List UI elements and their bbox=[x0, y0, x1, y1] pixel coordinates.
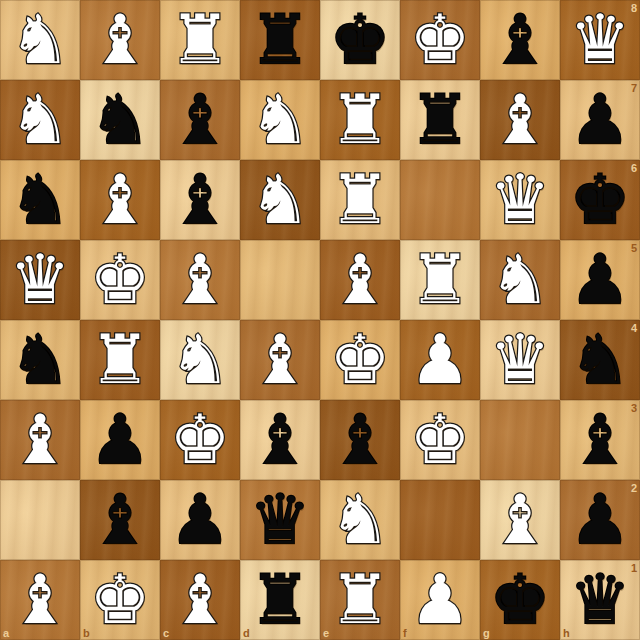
piece-black-rook: ♜ bbox=[240, 0, 320, 80]
square-a6[interactable]: ♞ bbox=[0, 160, 80, 240]
piece-white-rook: ♜ bbox=[160, 0, 240, 80]
piece-white-rook: ♜ bbox=[400, 240, 480, 320]
square-c2[interactable]: ♟ bbox=[160, 480, 240, 560]
square-c3[interactable]: ♚ bbox=[160, 400, 240, 480]
square-c1[interactable]: ♝c bbox=[160, 560, 240, 640]
piece-white-bishop: ♝ bbox=[240, 320, 320, 400]
piece-white-rook: ♜ bbox=[320, 560, 400, 640]
piece-black-knight: ♞ bbox=[0, 160, 80, 240]
piece-white-king: ♚ bbox=[80, 240, 160, 320]
piece-white-bishop: ♝ bbox=[160, 240, 240, 320]
square-d4[interactable]: ♝ bbox=[240, 320, 320, 400]
piece-white-queen: ♛ bbox=[560, 0, 640, 80]
square-e5[interactable]: ♝ bbox=[320, 240, 400, 320]
chess-board: ♞♝♜♜♚♚♝♛8♞♞♝♞♜♜♝♟7♞♝♝♞♜♛♚6♛♚♝♝♜♞♟5♞♜♞♝♚♟… bbox=[0, 0, 640, 640]
piece-white-knight: ♞ bbox=[240, 80, 320, 160]
piece-white-rook: ♜ bbox=[80, 320, 160, 400]
piece-white-knight: ♞ bbox=[480, 240, 560, 320]
square-e8[interactable]: ♚ bbox=[320, 0, 400, 80]
piece-black-bishop: ♝ bbox=[80, 480, 160, 560]
piece-white-rook: ♜ bbox=[320, 160, 400, 240]
square-d5[interactable] bbox=[240, 240, 320, 320]
piece-white-king: ♚ bbox=[160, 400, 240, 480]
piece-black-rook: ♜ bbox=[240, 560, 320, 640]
square-b7[interactable]: ♞ bbox=[80, 80, 160, 160]
square-g4[interactable]: ♛ bbox=[480, 320, 560, 400]
piece-white-bishop: ♝ bbox=[80, 160, 160, 240]
piece-black-pawn: ♟ bbox=[560, 480, 640, 560]
square-b2[interactable]: ♝ bbox=[80, 480, 160, 560]
piece-white-bishop: ♝ bbox=[0, 400, 80, 480]
piece-white-bishop: ♝ bbox=[80, 0, 160, 80]
square-a4[interactable]: ♞ bbox=[0, 320, 80, 400]
piece-black-king: ♚ bbox=[480, 560, 560, 640]
piece-white-queen: ♛ bbox=[480, 160, 560, 240]
piece-white-rook: ♜ bbox=[320, 80, 400, 160]
piece-white-knight: ♞ bbox=[0, 0, 80, 80]
square-f3[interactable]: ♚ bbox=[400, 400, 480, 480]
piece-white-knight: ♞ bbox=[320, 480, 400, 560]
piece-white-king: ♚ bbox=[400, 400, 480, 480]
square-b1[interactable]: ♚b bbox=[80, 560, 160, 640]
piece-white-king: ♚ bbox=[320, 320, 400, 400]
square-g3[interactable] bbox=[480, 400, 560, 480]
piece-black-pawn: ♟ bbox=[560, 80, 640, 160]
piece-white-pawn: ♟ bbox=[400, 560, 480, 640]
square-c4[interactable]: ♞ bbox=[160, 320, 240, 400]
piece-black-knight: ♞ bbox=[0, 320, 80, 400]
square-f5[interactable]: ♜ bbox=[400, 240, 480, 320]
square-a2[interactable] bbox=[0, 480, 80, 560]
square-g6[interactable]: ♛ bbox=[480, 160, 560, 240]
square-h3[interactable]: ♝3 bbox=[560, 400, 640, 480]
square-h5[interactable]: ♟5 bbox=[560, 240, 640, 320]
square-c7[interactable]: ♝ bbox=[160, 80, 240, 160]
piece-white-queen: ♛ bbox=[0, 240, 80, 320]
square-a1[interactable]: ♝a bbox=[0, 560, 80, 640]
piece-black-bishop: ♝ bbox=[160, 160, 240, 240]
square-h7[interactable]: ♟7 bbox=[560, 80, 640, 160]
square-c6[interactable]: ♝ bbox=[160, 160, 240, 240]
square-h2[interactable]: ♟2 bbox=[560, 480, 640, 560]
piece-black-knight: ♞ bbox=[560, 320, 640, 400]
square-b3[interactable]: ♟ bbox=[80, 400, 160, 480]
square-g8[interactable]: ♝ bbox=[480, 0, 560, 80]
square-h8[interactable]: ♛8 bbox=[560, 0, 640, 80]
piece-black-pawn: ♟ bbox=[560, 240, 640, 320]
square-d7[interactable]: ♞ bbox=[240, 80, 320, 160]
piece-white-knight: ♞ bbox=[0, 80, 80, 160]
square-d6[interactable]: ♞ bbox=[240, 160, 320, 240]
square-g5[interactable]: ♞ bbox=[480, 240, 560, 320]
square-e3[interactable]: ♝ bbox=[320, 400, 400, 480]
square-a3[interactable]: ♝ bbox=[0, 400, 80, 480]
piece-black-pawn: ♟ bbox=[80, 400, 160, 480]
square-h4[interactable]: ♞4 bbox=[560, 320, 640, 400]
square-d3[interactable]: ♝ bbox=[240, 400, 320, 480]
square-c8[interactable]: ♜ bbox=[160, 0, 240, 80]
piece-black-queen: ♛ bbox=[240, 480, 320, 560]
square-g2[interactable]: ♝ bbox=[480, 480, 560, 560]
square-g1[interactable]: ♚g bbox=[480, 560, 560, 640]
piece-white-king: ♚ bbox=[400, 0, 480, 80]
square-h1[interactable]: ♛1h bbox=[560, 560, 640, 640]
square-e7[interactable]: ♜ bbox=[320, 80, 400, 160]
piece-black-bishop: ♝ bbox=[320, 400, 400, 480]
piece-white-knight: ♞ bbox=[240, 160, 320, 240]
square-f7[interactable]: ♜ bbox=[400, 80, 480, 160]
square-a8[interactable]: ♞ bbox=[0, 0, 80, 80]
piece-black-king: ♚ bbox=[320, 0, 400, 80]
square-a7[interactable]: ♞ bbox=[0, 80, 80, 160]
piece-white-queen: ♛ bbox=[480, 320, 560, 400]
square-b8[interactable]: ♝ bbox=[80, 0, 160, 80]
square-e1[interactable]: ♜e bbox=[320, 560, 400, 640]
piece-black-bishop: ♝ bbox=[560, 400, 640, 480]
square-c5[interactable]: ♝ bbox=[160, 240, 240, 320]
piece-white-knight: ♞ bbox=[160, 320, 240, 400]
square-f2[interactable] bbox=[400, 480, 480, 560]
square-d2[interactable]: ♛ bbox=[240, 480, 320, 560]
square-b5[interactable]: ♚ bbox=[80, 240, 160, 320]
square-f6[interactable] bbox=[400, 160, 480, 240]
square-e6[interactable]: ♜ bbox=[320, 160, 400, 240]
square-d1[interactable]: ♜d bbox=[240, 560, 320, 640]
piece-black-pawn: ♟ bbox=[160, 480, 240, 560]
piece-black-knight: ♞ bbox=[80, 80, 160, 160]
piece-white-bishop: ♝ bbox=[0, 560, 80, 640]
piece-black-queen: ♛ bbox=[560, 560, 640, 640]
piece-black-rook: ♜ bbox=[400, 80, 480, 160]
square-e4[interactable]: ♚ bbox=[320, 320, 400, 400]
square-b6[interactable]: ♝ bbox=[80, 160, 160, 240]
piece-white-pawn: ♟ bbox=[400, 320, 480, 400]
square-b4[interactable]: ♜ bbox=[80, 320, 160, 400]
piece-black-bishop: ♝ bbox=[240, 400, 320, 480]
square-f1[interactable]: ♟f bbox=[400, 560, 480, 640]
piece-white-bishop: ♝ bbox=[480, 80, 560, 160]
piece-white-bishop: ♝ bbox=[160, 560, 240, 640]
square-g7[interactable]: ♝ bbox=[480, 80, 560, 160]
piece-black-bishop: ♝ bbox=[160, 80, 240, 160]
piece-white-bishop: ♝ bbox=[320, 240, 400, 320]
square-h6[interactable]: ♚6 bbox=[560, 160, 640, 240]
piece-black-bishop: ♝ bbox=[480, 0, 560, 80]
square-d8[interactable]: ♜ bbox=[240, 0, 320, 80]
square-e2[interactable]: ♞ bbox=[320, 480, 400, 560]
square-f8[interactable]: ♚ bbox=[400, 0, 480, 80]
piece-white-king: ♚ bbox=[80, 560, 160, 640]
piece-white-bishop: ♝ bbox=[480, 480, 560, 560]
square-f4[interactable]: ♟ bbox=[400, 320, 480, 400]
square-a5[interactable]: ♛ bbox=[0, 240, 80, 320]
piece-black-king: ♚ bbox=[560, 160, 640, 240]
